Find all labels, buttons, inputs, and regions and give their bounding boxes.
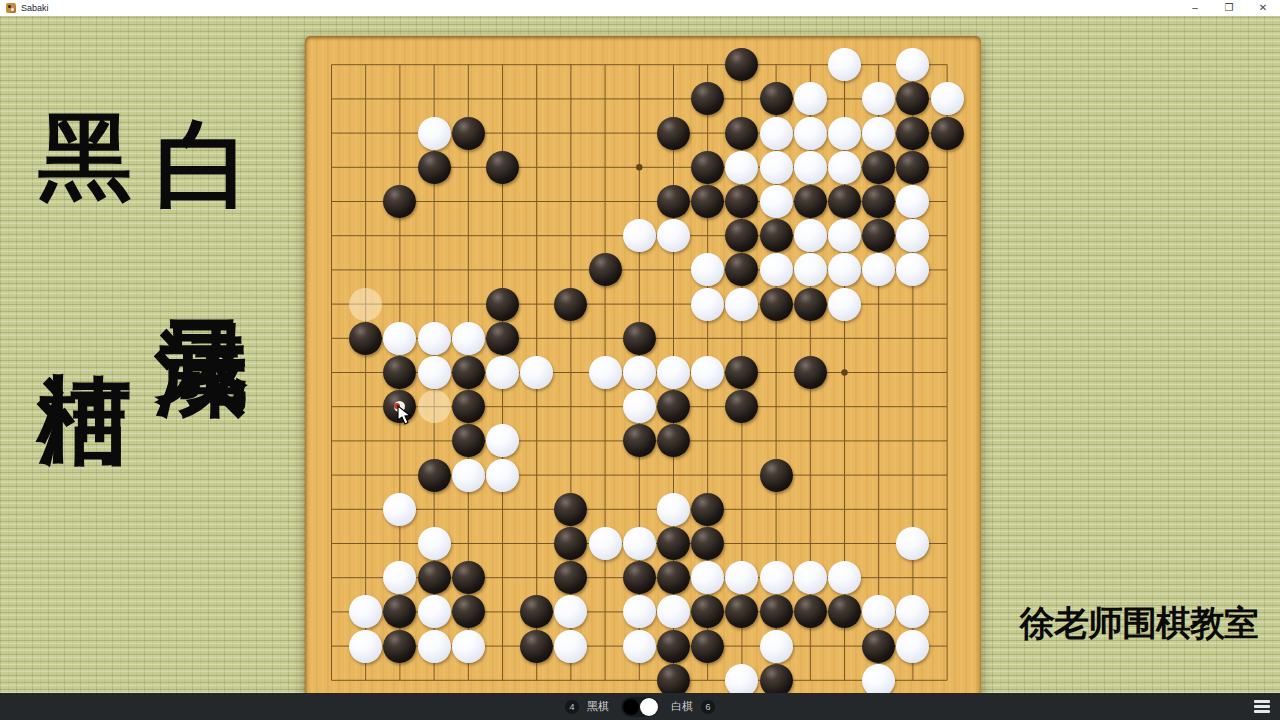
black-stone[interactable] bbox=[486, 322, 519, 355]
white-stone[interactable] bbox=[623, 390, 656, 423]
white-stone[interactable] bbox=[725, 664, 758, 697]
white-stone[interactable] bbox=[828, 151, 861, 184]
white-stone[interactable] bbox=[418, 595, 451, 628]
black-stone[interactable] bbox=[486, 288, 519, 321]
white-stone[interactable] bbox=[657, 219, 690, 252]
black-stone[interactable] bbox=[418, 151, 451, 184]
white-stone[interactable] bbox=[760, 630, 793, 663]
black-player-statusbar-label: 黑棋 bbox=[587, 699, 609, 714]
sabaki-app-icon bbox=[6, 3, 16, 13]
black-stone[interactable] bbox=[760, 219, 793, 252]
white-stone[interactable] bbox=[383, 322, 416, 355]
black-stone[interactable] bbox=[691, 151, 724, 184]
white-stone[interactable] bbox=[760, 561, 793, 594]
black-stone[interactable] bbox=[589, 253, 622, 286]
black-stone[interactable] bbox=[691, 493, 724, 526]
white-stone[interactable] bbox=[862, 664, 895, 697]
ghost-stone bbox=[349, 288, 382, 321]
white-stone[interactable] bbox=[349, 630, 382, 663]
black-stone[interactable] bbox=[896, 117, 929, 150]
white-stone[interactable] bbox=[623, 595, 656, 628]
classroom-watermark: 徐老师围棋教室 bbox=[1020, 600, 1258, 647]
black-stone[interactable] bbox=[383, 630, 416, 663]
white-stone[interactable] bbox=[725, 288, 758, 321]
black-stone[interactable] bbox=[657, 561, 690, 594]
black-stone[interactable] bbox=[657, 117, 690, 150]
black-stone[interactable] bbox=[794, 595, 827, 628]
black-stone[interactable] bbox=[452, 117, 485, 150]
white-stone[interactable] bbox=[486, 459, 519, 492]
white-stone[interactable] bbox=[896, 630, 929, 663]
white-stone[interactable] bbox=[725, 151, 758, 184]
black-player-label: 黑 bbox=[38, 94, 132, 221]
white-stone[interactable] bbox=[657, 356, 690, 389]
white-stone[interactable] bbox=[589, 356, 622, 389]
black-stone[interactable] bbox=[657, 185, 690, 218]
white-stone[interactable] bbox=[828, 561, 861, 594]
black-stone[interactable] bbox=[452, 390, 485, 423]
black-stone[interactable] bbox=[623, 424, 656, 457]
white-stone[interactable] bbox=[794, 82, 827, 115]
black-stone[interactable] bbox=[657, 664, 690, 697]
window-title: Sabaki bbox=[21, 3, 49, 13]
black-stone[interactable] bbox=[520, 630, 553, 663]
black-stone[interactable] bbox=[760, 595, 793, 628]
capture-info: 4 黑棋 白棋 6 bbox=[0, 693, 1280, 720]
white-stone[interactable] bbox=[794, 151, 827, 184]
white-stone[interactable] bbox=[418, 356, 451, 389]
white-stone-icon bbox=[640, 698, 658, 716]
white-stone[interactable] bbox=[931, 82, 964, 115]
white-stone[interactable] bbox=[760, 253, 793, 286]
window-controls: – ❐ ✕ bbox=[1178, 0, 1280, 16]
black-stone[interactable] bbox=[657, 630, 690, 663]
black-stone[interactable] bbox=[657, 527, 690, 560]
black-stone[interactable] bbox=[691, 527, 724, 560]
black-stone[interactable] bbox=[691, 630, 724, 663]
black-stone[interactable] bbox=[862, 185, 895, 218]
black-player-name: 柯洁 bbox=[38, 296, 132, 300]
white-stone[interactable] bbox=[418, 117, 451, 150]
white-stone[interactable] bbox=[794, 253, 827, 286]
close-button[interactable]: ✕ bbox=[1246, 0, 1280, 16]
black-stone[interactable] bbox=[418, 459, 451, 492]
black-stone[interactable] bbox=[657, 390, 690, 423]
mouse-cursor bbox=[397, 405, 415, 429]
turn-toggle[interactable] bbox=[621, 697, 659, 717]
white-player-label: 白 bbox=[155, 102, 251, 232]
white-player-statusbar-label: 白棋 bbox=[671, 699, 693, 714]
white-stone[interactable] bbox=[828, 117, 861, 150]
white-captures-badge: 6 bbox=[701, 700, 715, 714]
white-stone[interactable] bbox=[418, 630, 451, 663]
black-stone[interactable] bbox=[862, 630, 895, 663]
black-stone[interactable] bbox=[452, 595, 485, 628]
black-stone[interactable] bbox=[896, 151, 929, 184]
white-stone[interactable] bbox=[862, 117, 895, 150]
black-stone[interactable] bbox=[760, 288, 793, 321]
black-stone[interactable] bbox=[418, 561, 451, 594]
black-stone[interactable] bbox=[760, 82, 793, 115]
white-stone[interactable] bbox=[691, 356, 724, 389]
black-stone[interactable] bbox=[349, 322, 382, 355]
white-stone[interactable] bbox=[691, 288, 724, 321]
white-stone[interactable] bbox=[383, 493, 416, 526]
white-stone[interactable] bbox=[452, 630, 485, 663]
black-stone[interactable] bbox=[691, 185, 724, 218]
black-stone[interactable] bbox=[725, 117, 758, 150]
black-stone[interactable] bbox=[452, 424, 485, 457]
white-stone[interactable] bbox=[760, 185, 793, 218]
white-stone[interactable] bbox=[452, 322, 485, 355]
black-stone[interactable] bbox=[760, 664, 793, 697]
black-stone[interactable] bbox=[452, 356, 485, 389]
white-stone[interactable] bbox=[828, 219, 861, 252]
white-stone[interactable] bbox=[828, 288, 861, 321]
white-stone[interactable] bbox=[623, 527, 656, 560]
white-stone[interactable] bbox=[794, 219, 827, 252]
white-stone[interactable] bbox=[418, 527, 451, 560]
black-captures-badge: 4 bbox=[565, 700, 579, 714]
black-stone[interactable] bbox=[486, 151, 519, 184]
minimize-button[interactable]: – bbox=[1178, 0, 1212, 16]
white-player-name: 元晟溱 bbox=[155, 246, 249, 252]
white-stone[interactable] bbox=[623, 630, 656, 663]
white-stone[interactable] bbox=[623, 219, 656, 252]
white-stone[interactable] bbox=[623, 356, 656, 389]
white-stone[interactable] bbox=[657, 493, 690, 526]
black-stone[interactable] bbox=[623, 561, 656, 594]
black-stone[interactable] bbox=[828, 185, 861, 218]
hamburger-menu-icon[interactable] bbox=[1254, 700, 1270, 713]
white-stone[interactable] bbox=[589, 527, 622, 560]
white-stone[interactable] bbox=[452, 459, 485, 492]
app-window: Sabaki – ❐ ✕ 黑 柯洁 白 元晟溱 徐老师围棋教室 4 黑棋 bbox=[0, 0, 1280, 720]
white-stone[interactable] bbox=[828, 48, 861, 81]
white-stone[interactable] bbox=[520, 356, 553, 389]
title-bar: Sabaki – ❐ ✕ bbox=[0, 0, 1280, 16]
white-stone[interactable] bbox=[794, 117, 827, 150]
tatami-background: 黑 柯洁 白 元晟溱 徐老师围棋教室 bbox=[0, 16, 1280, 693]
white-stone[interactable] bbox=[486, 356, 519, 389]
black-stone[interactable] bbox=[554, 493, 587, 526]
ghost-stone bbox=[418, 390, 451, 423]
black-stone[interactable] bbox=[794, 185, 827, 218]
black-stone[interactable] bbox=[794, 356, 827, 389]
go-board[interactable] bbox=[305, 36, 981, 706]
white-stone[interactable] bbox=[760, 117, 793, 150]
black-stone[interactable] bbox=[931, 117, 964, 150]
white-stone[interactable] bbox=[554, 630, 587, 663]
black-stone[interactable] bbox=[760, 459, 793, 492]
status-bar: 4 黑棋 白棋 6 bbox=[0, 693, 1280, 720]
white-stone[interactable] bbox=[794, 561, 827, 594]
black-stone[interactable] bbox=[554, 288, 587, 321]
black-stone[interactable] bbox=[623, 322, 656, 355]
white-stone[interactable] bbox=[418, 322, 451, 355]
black-stone[interactable] bbox=[794, 288, 827, 321]
maximize-button[interactable]: ❐ bbox=[1212, 0, 1246, 16]
black-stone-icon bbox=[623, 699, 639, 715]
black-stone[interactable] bbox=[452, 561, 485, 594]
white-stone[interactable] bbox=[760, 151, 793, 184]
black-stone[interactable] bbox=[862, 151, 895, 184]
